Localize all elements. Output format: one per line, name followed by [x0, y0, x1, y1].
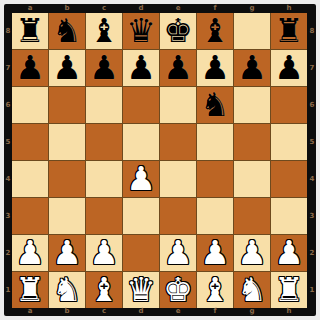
square-e1[interactable]: ♚ — [160, 272, 196, 308]
file-label-a-top: a — [12, 4, 48, 13]
square-h2[interactable]: ♟ — [271, 235, 307, 271]
square-f4[interactable] — [197, 161, 233, 197]
black-king: ♚ — [163, 14, 193, 47]
black-pawn: ♟ — [89, 51, 119, 84]
rank-label-1-left: 1 — [4, 272, 12, 309]
rank-label-4-left: 4 — [4, 161, 12, 198]
file-label-b-top: b — [49, 4, 85, 13]
file-label-g-bottom: g — [234, 307, 270, 316]
white-rook: ♜ — [15, 273, 45, 306]
rank-label-6-left: 6 — [4, 87, 12, 124]
chess-board: ♜♞♝♛♚♝♜♟♟♟♟♟♟♟♟♞♟♟♟♟♟♟♟♟♜♞♝♛♚♝♞♜ aabbccd… — [4, 4, 316, 316]
file-label-d-bottom: d — [123, 307, 159, 316]
square-f1[interactable]: ♝ — [197, 272, 233, 308]
white-rook: ♜ — [274, 273, 304, 306]
square-c2[interactable]: ♟ — [86, 235, 122, 271]
square-h7[interactable]: ♟ — [271, 50, 307, 86]
rank-label-1-right: 1 — [308, 272, 316, 309]
square-f5[interactable] — [197, 124, 233, 160]
black-bishop: ♝ — [89, 14, 119, 47]
rank-label-5-left: 5 — [4, 124, 12, 161]
square-g2[interactable]: ♟ — [234, 235, 270, 271]
black-pawn: ♟ — [163, 51, 193, 84]
square-h1[interactable]: ♜ — [271, 272, 307, 308]
white-knight: ♞ — [237, 273, 267, 306]
white-pawn: ♟ — [274, 236, 304, 269]
square-d4[interactable]: ♟ — [123, 161, 159, 197]
rank-label-3-right: 3 — [308, 198, 316, 235]
file-label-h-bottom: h — [271, 307, 307, 316]
white-queen: ♛ — [126, 273, 156, 306]
square-b2[interactable]: ♟ — [49, 235, 85, 271]
square-a6[interactable] — [12, 87, 48, 123]
square-b1[interactable]: ♞ — [49, 272, 85, 308]
square-a7[interactable]: ♟ — [12, 50, 48, 86]
white-pawn: ♟ — [126, 162, 156, 195]
square-e6[interactable] — [160, 87, 196, 123]
white-pawn: ♟ — [52, 236, 82, 269]
file-label-h-top: h — [271, 4, 307, 13]
square-a4[interactable] — [12, 161, 48, 197]
black-pawn: ♟ — [237, 51, 267, 84]
square-c3[interactable] — [86, 198, 122, 234]
black-pawn: ♟ — [126, 51, 156, 84]
black-queen: ♛ — [126, 14, 156, 47]
square-a2[interactable]: ♟ — [12, 235, 48, 271]
square-g8[interactable] — [234, 13, 270, 49]
file-label-c-top: c — [86, 4, 122, 13]
square-d1[interactable]: ♛ — [123, 272, 159, 308]
black-rook: ♜ — [274, 14, 304, 47]
rank-label-8-right: 8 — [308, 13, 316, 50]
square-b6[interactable] — [49, 87, 85, 123]
square-b8[interactable]: ♞ — [49, 13, 85, 49]
square-f6[interactable]: ♞ — [197, 87, 233, 123]
square-e5[interactable] — [160, 124, 196, 160]
black-knight: ♞ — [200, 88, 230, 121]
black-rook: ♜ — [15, 14, 45, 47]
white-pawn: ♟ — [163, 236, 193, 269]
board-grid: ♜♞♝♛♚♝♜♟♟♟♟♟♟♟♟♞♟♟♟♟♟♟♟♟♜♞♝♛♚♝♞♜ — [12, 13, 307, 308]
file-label-c-bottom: c — [86, 307, 122, 316]
square-f3[interactable] — [197, 198, 233, 234]
square-e7[interactable]: ♟ — [160, 50, 196, 86]
square-g7[interactable]: ♟ — [234, 50, 270, 86]
square-d3[interactable] — [123, 198, 159, 234]
square-c5[interactable] — [86, 124, 122, 160]
file-label-a-bottom: a — [12, 307, 48, 316]
square-d5[interactable] — [123, 124, 159, 160]
file-label-d-top: d — [123, 4, 159, 13]
square-g6[interactable] — [234, 87, 270, 123]
rank-label-6-right: 6 — [308, 87, 316, 124]
square-e4[interactable] — [160, 161, 196, 197]
square-h3[interactable] — [271, 198, 307, 234]
square-f2[interactable]: ♟ — [197, 235, 233, 271]
square-a3[interactable] — [12, 198, 48, 234]
rank-label-7-left: 7 — [4, 50, 12, 87]
square-h6[interactable] — [271, 87, 307, 123]
square-d8[interactable]: ♛ — [123, 13, 159, 49]
square-b7[interactable]: ♟ — [49, 50, 85, 86]
rank-label-4-right: 4 — [308, 161, 316, 198]
white-pawn: ♟ — [89, 236, 119, 269]
rank-label-2-left: 2 — [4, 235, 12, 272]
square-h8[interactable]: ♜ — [271, 13, 307, 49]
square-b3[interactable] — [49, 198, 85, 234]
white-pawn: ♟ — [15, 236, 45, 269]
square-d6[interactable] — [123, 87, 159, 123]
square-c7[interactable]: ♟ — [86, 50, 122, 86]
square-a8[interactable]: ♜ — [12, 13, 48, 49]
square-e8[interactable]: ♚ — [160, 13, 196, 49]
file-label-f-bottom: f — [197, 307, 233, 316]
square-c1[interactable]: ♝ — [86, 272, 122, 308]
rank-label-8-left: 8 — [4, 13, 12, 50]
file-label-f-top: f — [197, 4, 233, 13]
square-e2[interactable]: ♟ — [160, 235, 196, 271]
square-g5[interactable] — [234, 124, 270, 160]
rank-label-5-right: 5 — [308, 124, 316, 161]
square-f8[interactable]: ♝ — [197, 13, 233, 49]
file-label-b-bottom: b — [49, 307, 85, 316]
rank-label-2-right: 2 — [308, 235, 316, 272]
square-d2[interactable] — [123, 235, 159, 271]
file-label-e-bottom: e — [160, 307, 196, 316]
white-king: ♚ — [163, 273, 193, 306]
rank-label-3-left: 3 — [4, 198, 12, 235]
square-g4[interactable] — [234, 161, 270, 197]
file-label-g-top: g — [234, 4, 270, 13]
square-h4[interactable] — [271, 161, 307, 197]
square-b5[interactable] — [49, 124, 85, 160]
square-c8[interactable]: ♝ — [86, 13, 122, 49]
black-pawn: ♟ — [52, 51, 82, 84]
square-c4[interactable] — [86, 161, 122, 197]
black-knight: ♞ — [52, 14, 82, 47]
square-d7[interactable]: ♟ — [123, 50, 159, 86]
square-h5[interactable] — [271, 124, 307, 160]
black-pawn: ♟ — [274, 51, 304, 84]
white-bishop: ♝ — [89, 273, 119, 306]
square-a1[interactable]: ♜ — [12, 272, 48, 308]
white-pawn: ♟ — [200, 236, 230, 269]
black-pawn: ♟ — [200, 51, 230, 84]
square-g3[interactable] — [234, 198, 270, 234]
white-knight: ♞ — [52, 273, 82, 306]
square-b4[interactable] — [49, 161, 85, 197]
file-label-e-top: e — [160, 4, 196, 13]
square-e3[interactable] — [160, 198, 196, 234]
white-pawn: ♟ — [237, 236, 267, 269]
black-pawn: ♟ — [15, 51, 45, 84]
square-g1[interactable]: ♞ — [234, 272, 270, 308]
white-bishop: ♝ — [200, 273, 230, 306]
square-f7[interactable]: ♟ — [197, 50, 233, 86]
rank-label-7-right: 7 — [308, 50, 316, 87]
square-a5[interactable] — [12, 124, 48, 160]
black-bishop: ♝ — [200, 14, 230, 47]
square-c6[interactable] — [86, 87, 122, 123]
